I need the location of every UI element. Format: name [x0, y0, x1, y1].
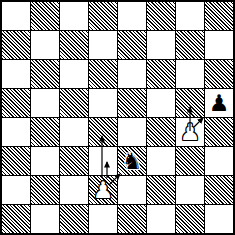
square-h6	[205, 60, 233, 88]
square-b7	[31, 31, 59, 59]
chessboard: ♟♟♞♟	[0, 0, 235, 235]
square-b2	[31, 176, 59, 204]
square-d4	[89, 118, 117, 146]
square-d3	[89, 147, 117, 175]
square-g5	[176, 89, 204, 117]
square-c8	[60, 2, 88, 30]
square-c1	[60, 205, 88, 233]
white-pawn: ♟	[93, 176, 114, 204]
square-h1	[205, 205, 233, 233]
square-d6	[89, 60, 117, 88]
square-a4	[2, 118, 30, 146]
square-g7	[176, 31, 204, 59]
black-knight: ♞	[122, 147, 143, 175]
square-h4	[205, 118, 233, 146]
square-e6	[118, 60, 146, 88]
white-pawn: ♟	[180, 118, 201, 146]
square-h3	[205, 147, 233, 175]
square-e1	[118, 205, 146, 233]
square-g4: ♟	[176, 118, 204, 146]
square-f8	[147, 2, 175, 30]
square-f6	[147, 60, 175, 88]
square-g2	[176, 176, 204, 204]
square-d7	[89, 31, 117, 59]
square-e3: ♞	[118, 147, 146, 175]
board-grid: ♟♟♞♟	[2, 2, 233, 233]
square-h2	[205, 176, 233, 204]
square-e8	[118, 2, 146, 30]
square-g6	[176, 60, 204, 88]
square-d2: ♟	[89, 176, 117, 204]
square-h8	[205, 2, 233, 30]
square-e7	[118, 31, 146, 59]
black-pawn: ♟	[209, 89, 230, 117]
square-c6	[60, 60, 88, 88]
square-b5	[31, 89, 59, 117]
square-c7	[60, 31, 88, 59]
square-a1	[2, 205, 30, 233]
square-e2	[118, 176, 146, 204]
square-d1	[89, 205, 117, 233]
square-c4	[60, 118, 88, 146]
square-g1	[176, 205, 204, 233]
square-b1	[31, 205, 59, 233]
square-d8	[89, 2, 117, 30]
square-e4	[118, 118, 146, 146]
square-b8	[31, 2, 59, 30]
square-h5: ♟	[205, 89, 233, 117]
square-c5	[60, 89, 88, 117]
square-f1	[147, 205, 175, 233]
square-f2	[147, 176, 175, 204]
square-a3	[2, 147, 30, 175]
square-d5	[89, 89, 117, 117]
square-f5	[147, 89, 175, 117]
square-a2	[2, 176, 30, 204]
square-a7	[2, 31, 30, 59]
square-g3	[176, 147, 204, 175]
square-a8	[2, 2, 30, 30]
square-f7	[147, 31, 175, 59]
square-a6	[2, 60, 30, 88]
square-h7	[205, 31, 233, 59]
square-b6	[31, 60, 59, 88]
square-e5	[118, 89, 146, 117]
square-b3	[31, 147, 59, 175]
square-c3	[60, 147, 88, 175]
square-b4	[31, 118, 59, 146]
square-f3	[147, 147, 175, 175]
square-f4	[147, 118, 175, 146]
square-a5	[2, 89, 30, 117]
square-c2	[60, 176, 88, 204]
square-g8	[176, 2, 204, 30]
